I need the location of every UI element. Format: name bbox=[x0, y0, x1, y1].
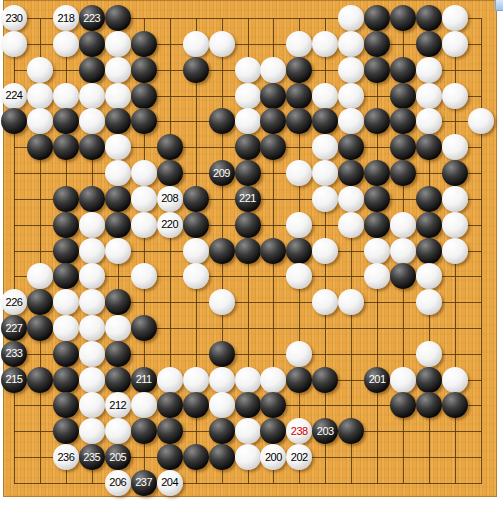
white-stone[interactable] bbox=[416, 263, 442, 289]
white-stone[interactable]: 206 bbox=[105, 470, 131, 496]
black-stone[interactable] bbox=[27, 367, 53, 393]
black-stone[interactable] bbox=[105, 5, 131, 31]
white-stone[interactable]: 220 bbox=[157, 212, 183, 238]
move-number-label: 211 bbox=[136, 374, 152, 385]
white-stone[interactable]: 212 bbox=[105, 392, 131, 418]
white-stone[interactable] bbox=[79, 263, 105, 289]
move-number-label: 212 bbox=[109, 400, 126, 411]
white-stone[interactable] bbox=[286, 212, 312, 238]
black-stone[interactable] bbox=[79, 57, 105, 83]
move-number-label: 215 bbox=[6, 374, 23, 385]
black-stone[interactable] bbox=[131, 83, 157, 109]
white-stone[interactable] bbox=[131, 160, 157, 186]
black-stone[interactable] bbox=[183, 444, 209, 470]
white-stone[interactable] bbox=[79, 367, 105, 393]
move-number-label: 233 bbox=[6, 348, 23, 359]
black-stone[interactable] bbox=[390, 5, 416, 31]
white-stone[interactable] bbox=[53, 315, 79, 341]
move-number-label: 235 bbox=[83, 452, 100, 463]
black-stone[interactable] bbox=[442, 160, 468, 186]
black-stone[interactable]: 227 bbox=[1, 315, 27, 341]
black-stone[interactable] bbox=[390, 134, 416, 160]
black-stone[interactable] bbox=[390, 160, 416, 186]
white-stone[interactable] bbox=[338, 212, 364, 238]
white-stone[interactable] bbox=[209, 367, 235, 393]
black-stone[interactable] bbox=[105, 108, 131, 134]
white-stone[interactable] bbox=[312, 289, 338, 315]
white-stone[interactable] bbox=[442, 186, 468, 212]
black-stone[interactable]: 223 bbox=[79, 5, 105, 31]
white-stone[interactable] bbox=[286, 31, 312, 57]
black-stone[interactable] bbox=[416, 5, 442, 31]
white-stone[interactable] bbox=[235, 108, 261, 134]
black-stone[interactable] bbox=[209, 238, 235, 264]
white-stone[interactable] bbox=[235, 83, 261, 109]
black-stone[interactable] bbox=[416, 212, 442, 238]
white-stone[interactable] bbox=[157, 367, 183, 393]
window-artifact bbox=[495, 0, 503, 11]
white-stone[interactable] bbox=[364, 238, 390, 264]
black-stone[interactable] bbox=[338, 134, 364, 160]
black-stone[interactable] bbox=[53, 341, 79, 367]
black-stone[interactable] bbox=[131, 57, 157, 83]
black-stone[interactable] bbox=[183, 212, 209, 238]
black-stone[interactable] bbox=[416, 186, 442, 212]
white-stone[interactable] bbox=[79, 212, 105, 238]
black-stone[interactable] bbox=[53, 134, 79, 160]
black-stone[interactable] bbox=[79, 31, 105, 57]
move-number-label: 204 bbox=[161, 477, 178, 488]
black-stone[interactable] bbox=[442, 392, 468, 418]
white-stone[interactable] bbox=[286, 160, 312, 186]
white-stone[interactable] bbox=[79, 341, 105, 367]
white-stone[interactable] bbox=[79, 315, 105, 341]
white-stone[interactable] bbox=[27, 263, 53, 289]
white-stone[interactable] bbox=[235, 444, 261, 470]
black-stone[interactable] bbox=[53, 186, 79, 212]
black-stone[interactable] bbox=[79, 134, 105, 160]
black-stone[interactable] bbox=[260, 392, 286, 418]
black-stone[interactable] bbox=[338, 160, 364, 186]
white-stone[interactable] bbox=[79, 108, 105, 134]
go-board[interactable]: 2302182232242092082212202262272332152112… bbox=[3, 0, 497, 497]
white-stone[interactable]: 202 bbox=[286, 444, 312, 470]
black-stone[interactable] bbox=[209, 444, 235, 470]
move-number-label: 208 bbox=[161, 193, 178, 204]
black-stone[interactable] bbox=[312, 108, 338, 134]
white-stone[interactable] bbox=[209, 289, 235, 315]
move-number-label: 227 bbox=[6, 323, 23, 334]
black-stone[interactable]: 203 bbox=[312, 418, 338, 444]
black-stone[interactable] bbox=[105, 289, 131, 315]
black-stone[interactable] bbox=[364, 57, 390, 83]
white-stone[interactable]: 238 bbox=[286, 418, 312, 444]
black-stone[interactable] bbox=[53, 418, 79, 444]
black-stone[interactable] bbox=[286, 83, 312, 109]
move-number-label: 218 bbox=[57, 13, 74, 24]
move-number-label: 205 bbox=[109, 452, 126, 463]
black-stone[interactable]: 237 bbox=[131, 470, 157, 496]
black-stone[interactable] bbox=[364, 108, 390, 134]
black-stone[interactable] bbox=[53, 263, 79, 289]
white-stone[interactable] bbox=[235, 57, 261, 83]
black-stone[interactable] bbox=[390, 392, 416, 418]
black-stone[interactable] bbox=[157, 160, 183, 186]
white-stone[interactable] bbox=[286, 263, 312, 289]
white-stone[interactable]: 236 bbox=[53, 444, 79, 470]
black-stone[interactable] bbox=[53, 108, 79, 134]
white-stone[interactable] bbox=[312, 186, 338, 212]
black-stone[interactable] bbox=[260, 108, 286, 134]
white-stone[interactable] bbox=[105, 160, 131, 186]
move-number-label: 203 bbox=[317, 426, 334, 437]
black-stone[interactable] bbox=[390, 263, 416, 289]
black-stone[interactable] bbox=[157, 418, 183, 444]
white-stone[interactable] bbox=[338, 5, 364, 31]
white-stone[interactable] bbox=[338, 108, 364, 134]
black-stone[interactable] bbox=[131, 418, 157, 444]
black-stone[interactable] bbox=[27, 134, 53, 160]
white-stone[interactable] bbox=[416, 289, 442, 315]
black-stone[interactable] bbox=[286, 108, 312, 134]
white-stone[interactable] bbox=[131, 263, 157, 289]
black-stone[interactable] bbox=[183, 392, 209, 418]
white-stone[interactable] bbox=[442, 367, 468, 393]
black-stone[interactable] bbox=[235, 238, 261, 264]
black-stone[interactable] bbox=[416, 367, 442, 393]
white-stone[interactable] bbox=[105, 134, 131, 160]
black-stone[interactable] bbox=[235, 212, 261, 238]
white-stone[interactable] bbox=[27, 83, 53, 109]
white-stone[interactable] bbox=[79, 289, 105, 315]
white-stone[interactable] bbox=[442, 134, 468, 160]
white-stone[interactable]: 200 bbox=[260, 444, 286, 470]
white-stone[interactable] bbox=[442, 83, 468, 109]
white-stone[interactable] bbox=[312, 134, 338, 160]
white-stone[interactable] bbox=[27, 108, 53, 134]
black-stone[interactable] bbox=[105, 367, 131, 393]
white-stone[interactable]: 204 bbox=[157, 470, 183, 496]
black-stone[interactable]: 233 bbox=[1, 341, 27, 367]
white-stone[interactable] bbox=[468, 108, 494, 134]
black-stone[interactable] bbox=[131, 31, 157, 57]
white-stone[interactable] bbox=[364, 263, 390, 289]
white-stone[interactable]: 224 bbox=[1, 83, 27, 109]
white-stone[interactable] bbox=[260, 367, 286, 393]
black-stone[interactable] bbox=[105, 186, 131, 212]
white-stone[interactable] bbox=[416, 341, 442, 367]
black-stone[interactable] bbox=[364, 5, 390, 31]
white-stone[interactable] bbox=[442, 5, 468, 31]
move-number-label: 220 bbox=[161, 219, 178, 230]
move-number-label: 200 bbox=[265, 452, 282, 463]
white-stone[interactable] bbox=[209, 392, 235, 418]
white-stone[interactable]: 230 bbox=[1, 5, 27, 31]
white-stone[interactable] bbox=[312, 160, 338, 186]
black-stone[interactable] bbox=[209, 341, 235, 367]
black-stone[interactable]: 235 bbox=[79, 444, 105, 470]
white-stone[interactable] bbox=[312, 238, 338, 264]
black-stone[interactable] bbox=[260, 238, 286, 264]
black-stone[interactable] bbox=[27, 315, 53, 341]
black-stone[interactable] bbox=[364, 160, 390, 186]
black-stone[interactable] bbox=[79, 186, 105, 212]
black-stone[interactable]: 205 bbox=[105, 444, 131, 470]
black-stone[interactable] bbox=[183, 57, 209, 83]
white-stone[interactable] bbox=[338, 31, 364, 57]
white-stone[interactable] bbox=[105, 57, 131, 83]
white-stone[interactable] bbox=[53, 289, 79, 315]
white-stone[interactable] bbox=[416, 108, 442, 134]
black-stone[interactable]: 215 bbox=[1, 367, 27, 393]
white-stone[interactable] bbox=[183, 238, 209, 264]
move-number-label: 206 bbox=[109, 477, 126, 488]
white-stone[interactable]: 208 bbox=[157, 186, 183, 212]
black-stone[interactable] bbox=[235, 392, 261, 418]
black-stone[interactable] bbox=[105, 212, 131, 238]
white-stone[interactable] bbox=[338, 83, 364, 109]
white-stone[interactable] bbox=[442, 31, 468, 57]
white-stone[interactable] bbox=[131, 186, 157, 212]
black-stone[interactable] bbox=[260, 418, 286, 444]
black-stone[interactable] bbox=[286, 57, 312, 83]
move-number-label: 237 bbox=[135, 477, 152, 488]
black-stone[interactable] bbox=[364, 186, 390, 212]
black-stone[interactable] bbox=[416, 392, 442, 418]
black-stone[interactable] bbox=[53, 367, 79, 393]
move-number-label: 238 bbox=[291, 426, 308, 437]
white-stone[interactable] bbox=[442, 212, 468, 238]
white-stone[interactable] bbox=[338, 289, 364, 315]
move-number-label: 201 bbox=[369, 374, 386, 385]
white-stone[interactable] bbox=[183, 263, 209, 289]
black-stone[interactable] bbox=[157, 392, 183, 418]
white-stone[interactable] bbox=[105, 315, 131, 341]
white-stone[interactable] bbox=[79, 83, 105, 109]
white-stone[interactable] bbox=[105, 31, 131, 57]
black-stone[interactable] bbox=[27, 289, 53, 315]
black-stone[interactable] bbox=[416, 134, 442, 160]
white-stone[interactable] bbox=[105, 83, 131, 109]
white-stone[interactable] bbox=[390, 238, 416, 264]
black-stone[interactable] bbox=[105, 341, 131, 367]
black-stone[interactable] bbox=[416, 238, 442, 264]
white-stone[interactable] bbox=[105, 238, 131, 264]
white-stone[interactable] bbox=[260, 57, 286, 83]
white-stone[interactable] bbox=[390, 367, 416, 393]
black-stone[interactable]: 211 bbox=[131, 367, 157, 393]
white-stone[interactable] bbox=[209, 31, 235, 57]
white-stone[interactable] bbox=[105, 418, 131, 444]
move-number-label: 223 bbox=[83, 13, 100, 24]
black-stone[interactable] bbox=[364, 212, 390, 238]
black-stone[interactable] bbox=[53, 212, 79, 238]
black-stone[interactable]: 209 bbox=[209, 160, 235, 186]
white-stone[interactable] bbox=[442, 238, 468, 264]
white-stone[interactable] bbox=[79, 418, 105, 444]
white-stone[interactable] bbox=[235, 367, 261, 393]
black-stone[interactable]: 221 bbox=[235, 186, 261, 212]
black-stone[interactable] bbox=[286, 238, 312, 264]
move-number-label: 209 bbox=[213, 168, 230, 179]
black-stone[interactable] bbox=[53, 238, 79, 264]
white-stone[interactable] bbox=[312, 31, 338, 57]
black-stone[interactable] bbox=[390, 108, 416, 134]
window: 2302182232242092082212202262272332152112… bbox=[0, 0, 503, 508]
black-stone[interactable] bbox=[53, 392, 79, 418]
black-stone[interactable] bbox=[260, 83, 286, 109]
move-number-label: 221 bbox=[239, 193, 256, 204]
black-stone[interactable] bbox=[312, 367, 338, 393]
black-stone[interactable] bbox=[364, 31, 390, 57]
white-stone[interactable]: 226 bbox=[1, 289, 27, 315]
move-number-label: 230 bbox=[6, 13, 23, 24]
move-number-label: 202 bbox=[291, 452, 308, 463]
white-stone[interactable] bbox=[1, 31, 27, 57]
white-stone[interactable] bbox=[53, 31, 79, 57]
black-stone[interactable] bbox=[131, 315, 157, 341]
black-stone[interactable] bbox=[1, 108, 27, 134]
white-stone[interactable] bbox=[53, 83, 79, 109]
black-stone[interactable] bbox=[157, 444, 183, 470]
white-stone[interactable] bbox=[312, 83, 338, 109]
white-stone[interactable] bbox=[183, 367, 209, 393]
black-stone[interactable] bbox=[235, 134, 261, 160]
white-stone[interactable] bbox=[235, 418, 261, 444]
black-stone[interactable] bbox=[209, 418, 235, 444]
white-stone[interactable] bbox=[390, 212, 416, 238]
black-stone[interactable] bbox=[390, 83, 416, 109]
black-stone[interactable]: 201 bbox=[364, 367, 390, 393]
black-stone[interactable] bbox=[260, 134, 286, 160]
white-stone[interactable] bbox=[79, 238, 105, 264]
black-stone[interactable] bbox=[131, 108, 157, 134]
white-stone[interactable] bbox=[338, 57, 364, 83]
white-stone[interactable] bbox=[338, 186, 364, 212]
white-stone[interactable]: 218 bbox=[53, 5, 79, 31]
black-stone[interactable] bbox=[157, 134, 183, 160]
black-stone[interactable] bbox=[286, 367, 312, 393]
black-stone[interactable] bbox=[338, 418, 364, 444]
move-number-label: 236 bbox=[57, 452, 74, 463]
black-stone[interactable] bbox=[416, 31, 442, 57]
move-number-label: 224 bbox=[6, 90, 23, 101]
black-stone[interactable] bbox=[209, 108, 235, 134]
white-stone[interactable] bbox=[131, 212, 157, 238]
white-stone[interactable] bbox=[79, 392, 105, 418]
black-stone[interactable] bbox=[183, 186, 209, 212]
white-stone[interactable] bbox=[183, 31, 209, 57]
black-stone[interactable] bbox=[235, 160, 261, 186]
black-stone[interactable] bbox=[390, 57, 416, 83]
white-stone[interactable] bbox=[131, 392, 157, 418]
white-stone[interactable] bbox=[416, 57, 442, 83]
white-stone[interactable] bbox=[286, 341, 312, 367]
white-stone[interactable] bbox=[27, 57, 53, 83]
move-number-label: 226 bbox=[6, 297, 23, 308]
white-stone[interactable] bbox=[416, 83, 442, 109]
